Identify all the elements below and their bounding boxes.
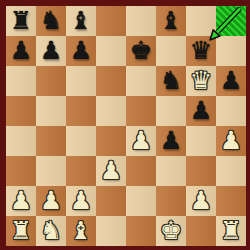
- square-g4[interactable]: [186, 126, 216, 156]
- square-h1[interactable]: ♜: [216, 216, 246, 246]
- square-b1[interactable]: ♞: [36, 216, 66, 246]
- square-h4[interactable]: ♟: [216, 126, 246, 156]
- square-c3[interactable]: [66, 156, 96, 186]
- square-d4[interactable]: [96, 126, 126, 156]
- square-b2[interactable]: ♟: [36, 186, 66, 216]
- square-b5[interactable]: [36, 96, 66, 126]
- square-e4[interactable]: ♟: [126, 126, 156, 156]
- square-b3[interactable]: [36, 156, 66, 186]
- square-h8[interactable]: [216, 6, 246, 36]
- square-f2[interactable]: [156, 186, 186, 216]
- piece-white-queen[interactable]: ♛: [186, 66, 216, 96]
- square-e1[interactable]: [126, 216, 156, 246]
- square-g1[interactable]: [186, 216, 216, 246]
- piece-black-pawn[interactable]: ♟: [66, 36, 96, 66]
- square-c6[interactable]: [66, 66, 96, 96]
- square-d1[interactable]: [96, 216, 126, 246]
- piece-white-pawn[interactable]: ♟: [216, 126, 246, 156]
- square-b7[interactable]: ♟: [36, 36, 66, 66]
- square-d5[interactable]: [96, 96, 126, 126]
- square-d3[interactable]: ♟: [96, 156, 126, 186]
- square-e7[interactable]: ♚: [126, 36, 156, 66]
- square-c2[interactable]: ♟: [66, 186, 96, 216]
- piece-black-rook[interactable]: ♜: [6, 6, 36, 36]
- piece-white-pawn[interactable]: ♟: [96, 156, 126, 186]
- square-f7[interactable]: [156, 36, 186, 66]
- square-d6[interactable]: [96, 66, 126, 96]
- square-d7[interactable]: [96, 36, 126, 66]
- piece-black-bishop[interactable]: ♝: [156, 6, 186, 36]
- piece-white-rook[interactable]: ♜: [216, 216, 246, 246]
- piece-white-pawn[interactable]: ♟: [36, 186, 66, 216]
- piece-black-king[interactable]: ♚: [126, 36, 156, 66]
- square-b6[interactable]: [36, 66, 66, 96]
- piece-black-queen[interactable]: ♛: [186, 36, 216, 66]
- square-g6[interactable]: ♛: [186, 66, 216, 96]
- square-h7[interactable]: [216, 36, 246, 66]
- square-a6[interactable]: [6, 66, 36, 96]
- piece-black-bishop[interactable]: ♝: [66, 6, 96, 36]
- piece-white-knight[interactable]: ♞: [36, 216, 66, 246]
- square-f3[interactable]: [156, 156, 186, 186]
- piece-white-pawn[interactable]: ♟: [6, 186, 36, 216]
- square-a1[interactable]: ♜: [6, 216, 36, 246]
- square-g3[interactable]: [186, 156, 216, 186]
- piece-black-pawn[interactable]: ♟: [216, 66, 246, 96]
- piece-black-pawn[interactable]: ♟: [36, 36, 66, 66]
- square-g5[interactable]: ♟: [186, 96, 216, 126]
- square-a4[interactable]: [6, 126, 36, 156]
- square-f1[interactable]: ♚: [156, 216, 186, 246]
- piece-white-pawn[interactable]: ♟: [186, 186, 216, 216]
- square-h5[interactable]: [216, 96, 246, 126]
- chess-board: ♜♞♝♝♟♟♟♚♛♞♛♟♟♟♟♟♟♟♟♟♟♜♞♝♚♜: [6, 6, 246, 246]
- square-h6[interactable]: ♟: [216, 66, 246, 96]
- piece-white-bishop[interactable]: ♝: [66, 216, 96, 246]
- piece-black-pawn[interactable]: ♟: [6, 36, 36, 66]
- square-a7[interactable]: ♟: [6, 36, 36, 66]
- piece-white-king[interactable]: ♚: [156, 216, 186, 246]
- square-e6[interactable]: [126, 66, 156, 96]
- square-g8[interactable]: [186, 6, 216, 36]
- square-e5[interactable]: [126, 96, 156, 126]
- square-h2[interactable]: [216, 186, 246, 216]
- square-b8[interactable]: ♞: [36, 6, 66, 36]
- square-d2[interactable]: [96, 186, 126, 216]
- square-c1[interactable]: ♝: [66, 216, 96, 246]
- square-a8[interactable]: ♜: [6, 6, 36, 36]
- square-a2[interactable]: ♟: [6, 186, 36, 216]
- piece-white-rook[interactable]: ♜: [6, 216, 36, 246]
- square-e3[interactable]: [126, 156, 156, 186]
- square-a5[interactable]: [6, 96, 36, 126]
- square-c8[interactable]: ♝: [66, 6, 96, 36]
- piece-black-knight[interactable]: ♞: [36, 6, 66, 36]
- chess-board-frame: ♜♞♝♝♟♟♟♚♛♞♛♟♟♟♟♟♟♟♟♟♟♜♞♝♚♜: [0, 0, 250, 250]
- square-f4[interactable]: ♟: [156, 126, 186, 156]
- square-d8[interactable]: [96, 6, 126, 36]
- piece-black-knight[interactable]: ♞: [156, 66, 186, 96]
- square-a3[interactable]: [6, 156, 36, 186]
- square-e8[interactable]: [126, 6, 156, 36]
- square-e2[interactable]: [126, 186, 156, 216]
- square-c7[interactable]: ♟: [66, 36, 96, 66]
- square-f6[interactable]: ♞: [156, 66, 186, 96]
- piece-black-pawn[interactable]: ♟: [156, 126, 186, 156]
- square-c4[interactable]: [66, 126, 96, 156]
- square-b4[interactable]: [36, 126, 66, 156]
- square-f5[interactable]: [156, 96, 186, 126]
- square-f8[interactable]: ♝: [156, 6, 186, 36]
- square-c5[interactable]: [66, 96, 96, 126]
- square-h3[interactable]: [216, 156, 246, 186]
- piece-black-pawn[interactable]: ♟: [186, 96, 216, 126]
- square-g2[interactable]: ♟: [186, 186, 216, 216]
- piece-white-pawn[interactable]: ♟: [66, 186, 96, 216]
- piece-white-pawn[interactable]: ♟: [126, 126, 156, 156]
- square-g7[interactable]: ♛: [186, 36, 216, 66]
